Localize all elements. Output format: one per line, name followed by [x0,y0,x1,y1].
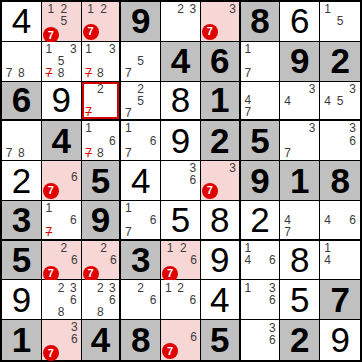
cell-r1c4[interactable]: 9 [121,2,161,42]
cell-r5c4[interactable]: 4 [121,161,161,201]
candidate: 2 [178,242,188,254]
candidate: 6 [266,334,278,347]
empty-candidate-slot [94,95,106,107]
eliminated-candidate-circle: 7 [43,183,59,199]
candidate: 6 [67,294,79,306]
cell-r8c4[interactable]: 26 [121,280,161,320]
candidate-grid: 367 [43,321,80,359]
solved-digit: 6 [280,2,319,41]
cell-r5c9[interactable]: 8 [320,161,360,201]
cell-r9c7[interactable]: 36 [241,320,281,360]
empty-candidate-slot [67,306,79,318]
cell-r7c8[interactable]: 8 [280,241,320,281]
candidate-grid: 1678 [83,122,119,159]
candidate-grid: 17 [242,43,279,80]
empty-candidate-slot [43,294,55,306]
struck-candidate: 7 [83,67,95,79]
empty-candidate-slot [28,67,40,79]
cell-r9c8[interactable]: 2 [280,320,320,360]
cell-r8c6[interactable]: 4 [201,280,241,320]
empty-candidate-slot [254,43,266,55]
cell-r2c1[interactable]: 78 [2,42,42,82]
empty-candidate-slot [55,214,67,226]
empty-candidate-slot [346,226,359,238]
cell-r5c6[interactable]: 37 [201,161,241,201]
empty-candidate-slot [43,242,59,254]
candidate-grid: 46 [321,202,359,238]
empty-candidate-slot [28,135,40,147]
cell-r5c5[interactable]: 36 [161,161,201,201]
candidate-grid: 15 [321,3,359,40]
cell-r7c2[interactable]: 267 [42,241,82,281]
empty-candidate-slot [254,242,266,254]
empty-candidate-slot [334,214,347,226]
candidate: 1 [162,281,174,293]
cell-r2c4[interactable]: 57 [121,42,161,82]
empty-candidate-slot [83,254,99,266]
given-digit: 2 [201,121,239,160]
empty-candidate-slot [218,3,228,15]
empty-candidate-slot [254,294,266,306]
empty-candidate-slot [254,67,266,79]
cell-r4c8[interactable]: 37 [280,121,320,161]
solved-digit: 2 [241,201,280,239]
cell-r8c5[interactable]: 126 [161,280,201,320]
cell-r9c3[interactable]: 4 [82,320,122,360]
empty-candidate-slot [108,3,118,15]
empty-candidate-slot [122,83,134,95]
cell-r5c3[interactable]: 5 [82,161,122,201]
empty-candidate-slot [59,27,69,43]
candidate: 2 [94,281,106,293]
empty-candidate-slot [69,266,79,282]
cell-r1c6[interactable]: 37 [201,2,241,42]
cell-r3c7[interactable]: 47 [241,82,281,122]
cell-r9c9[interactable]: 9 [320,320,360,360]
cell-r9c5[interactable]: 67 [161,320,201,360]
empty-candidate-slot [162,321,178,331]
given-digit: 8 [320,161,360,200]
candidate: 6 [187,174,199,186]
candidate-grid: 2368 [43,281,80,318]
candidate-grid: 167 [122,202,159,238]
cell-r4c7[interactable]: 5 [241,121,281,161]
empty-candidate-slot [147,67,159,79]
empty-candidate-slot [188,242,198,254]
solved-digit: 8 [161,82,200,120]
empty-candidate-slot [162,294,174,306]
empty-candidate-slot [147,107,159,119]
cell-r1c2[interactable]: 1257 [42,2,82,42]
given-digit: 5 [201,320,239,360]
cell-r3c8[interactable]: 34 [280,82,320,122]
empty-candidate-slot [174,187,186,199]
eliminated-candidate-circle: 7 [83,266,99,282]
cell-r7c4[interactable]: 3 [121,241,161,281]
solved-digit: 5 [280,280,319,319]
candidate-grid: 57 [122,43,159,80]
cell-r8c7[interactable]: 136 [241,280,281,320]
empty-candidate-slot [122,43,134,55]
candidate-grid: 37 [202,162,238,199]
empty-candidate-slot [3,135,15,147]
eliminated-candidate-circle: 7 [162,266,178,282]
empty-candidate-slot [122,306,134,318]
cell-r7c3[interactable]: 267 [82,241,122,281]
empty-candidate-slot [346,254,359,266]
cell-r8c8[interactable]: 5 [280,280,320,320]
candidate-grid: 146 [242,242,279,279]
candidate: 3 [346,122,359,134]
empty-candidate-slot [334,242,347,254]
cell-r4c3[interactable]: 1678 [82,121,122,161]
candidate: 4 [321,254,334,266]
empty-candidate-slot [321,28,334,40]
cell-r2c8[interactable]: 9 [280,42,320,82]
empty-candidate-slot [242,334,254,347]
cell-r1c3[interactable]: 127 [82,2,122,42]
cell-r6c1[interactable]: 3 [2,201,42,241]
candidate: 3 [106,281,118,293]
cell-r8c3[interactable]: 2368 [82,280,122,320]
cell-r8c2[interactable]: 2368 [42,280,82,320]
empty-candidate-slot [106,67,118,79]
empty-candidate-slot [242,294,254,306]
solved-digit: 8 [201,201,239,239]
eliminated-candidate-circle: 7 [43,266,59,282]
candidate: 6 [67,214,79,226]
empty-candidate-slot [67,67,79,79]
empty-candidate-slot [228,15,238,24]
cell-r2c6[interactable]: 6 [201,42,241,82]
cell-r6c5[interactable]: 5 [161,201,201,241]
empty-candidate-slot [99,254,109,266]
empty-candidate-slot [135,214,147,226]
candidate: 1 [321,3,334,15]
candidate-grid: 37 [202,3,238,40]
candidate: 7 [3,67,15,79]
cell-r5c7[interactable]: 9 [241,161,281,201]
candidate: 3 [306,83,318,95]
candidate: 6 [266,294,278,306]
empty-candidate-slot [254,346,266,359]
cell-r3c5[interactable]: 8 [161,82,201,122]
empty-candidate-slot [346,242,359,254]
candidate: 7 [122,107,134,119]
empty-candidate-slot [135,306,147,318]
empty-candidate-slot [346,107,359,119]
given-digit: 9 [241,161,280,200]
empty-candidate-slot [147,43,159,55]
cell-r9c2[interactable]: 367 [42,320,82,360]
cell-r7c7[interactable]: 146 [241,241,281,281]
candidate: 2 [174,3,186,15]
cell-r9c4[interactable]: 8 [121,320,161,360]
empty-candidate-slot [108,24,118,40]
empty-candidate-slot [147,226,159,238]
solved-digit: 2 [2,161,41,200]
cell-r3c3[interactable]: 27 [82,82,122,122]
empty-candidate-slot [254,83,266,95]
candidate: 1 [83,3,99,15]
candidate: 6 [346,214,359,226]
cell-r2c3[interactable]: 1378 [82,42,122,82]
empty-candidate-slot [135,135,147,147]
empty-candidate-slot [94,135,106,147]
cell-r4c2[interactable]: 4 [42,121,82,161]
empty-candidate-slot [147,95,159,107]
cell-r1c5[interactable]: 23 [161,2,201,42]
candidate: 5 [135,95,147,107]
cell-r2c9[interactable]: 2 [320,42,360,82]
candidate-grid: 14 [321,242,359,279]
cell-r6c8[interactable]: 47 [280,201,320,241]
cell-r3c9[interactable]: 345 [320,82,360,122]
empty-candidate-slot [187,306,199,318]
candidate: 3 [306,122,318,134]
given-digit: 1 [201,82,239,120]
cell-r3c2[interactable]: 9 [42,82,82,122]
empty-candidate-slot [162,28,174,40]
empty-candidate-slot [187,28,199,40]
empty-candidate-slot [99,15,109,24]
candidate: 1 [242,281,254,293]
cell-r3c1[interactable]: 6 [2,82,42,122]
cell-r6c9[interactable]: 46 [320,201,360,241]
cell-r6c4[interactable]: 167 [121,201,161,241]
candidate: 6 [108,254,118,266]
empty-candidate-slot [28,43,40,55]
cell-r5c1[interactable]: 2 [2,161,42,201]
cell-r4c6[interactable]: 2 [201,121,241,161]
empty-candidate-slot [254,281,266,293]
candidate: 3 [228,162,238,174]
empty-candidate-slot [187,15,199,27]
cell-r1c1[interactable]: 4 [2,2,42,42]
empty-candidate-slot [28,55,40,67]
given-digit: 3 [121,241,160,280]
empty-candidate-slot [321,15,334,27]
candidate: 4 [321,214,334,226]
cell-r9c1[interactable]: 1 [2,320,42,360]
candidate: 5 [59,15,69,27]
cell-r2c5[interactable]: 4 [161,42,201,82]
empty-candidate-slot [321,266,334,278]
eliminated-candidate-circle: 7 [202,24,218,40]
empty-candidate-slot [162,187,174,199]
given-digit: 9 [280,42,319,81]
empty-candidate-slot [43,15,59,27]
empty-candidate-slot [281,107,293,119]
empty-candidate-slot [94,43,106,55]
empty-candidate-slot [346,15,359,27]
empty-candidate-slot [43,162,59,171]
cell-r6c6[interactable]: 8 [201,201,241,241]
cell-r5c2[interactable]: 67 [42,161,82,201]
candidate: 4 [321,95,334,107]
candidate: 3 [67,43,79,55]
candidate: 6 [106,135,118,147]
candidate: 6 [147,135,159,147]
empty-candidate-slot [321,147,334,159]
cell-r3c4[interactable]: 257 [121,82,161,122]
cell-r7c6[interactable]: 9 [201,241,241,281]
candidate: 8 [94,306,106,318]
candidate: 7 [281,147,293,159]
given-digit: 4 [82,320,120,360]
candidate-grid: 167 [43,202,80,238]
empty-candidate-slot [28,122,40,134]
cell-r6c3[interactable]: 9 [82,201,122,241]
candidate: 2 [55,281,67,293]
cell-r1c9[interactable]: 15 [320,2,360,42]
candidate: 6 [147,214,159,226]
empty-candidate-slot [43,281,55,293]
candidate: 6 [69,333,79,345]
eliminated-candidate-slot: 7 [43,345,59,361]
empty-candidate-slot [266,94,278,106]
empty-candidate-slot [228,174,238,183]
cell-r4c1[interactable]: 78 [2,121,42,161]
empty-candidate-slot [162,174,174,186]
candidate-grid: 136 [242,281,279,318]
cell-r1c7[interactable]: 8 [241,2,281,42]
empty-candidate-slot [15,135,27,147]
eliminated-candidate-circle: 7 [43,27,59,43]
candidate: 8 [15,147,27,159]
candidate: 8 [55,67,67,79]
empty-candidate-slot [43,321,59,333]
empty-candidate-slot [162,306,174,318]
empty-candidate-slot [242,266,254,278]
empty-candidate-slot [346,147,359,159]
empty-candidate-slot [147,83,159,95]
candidate-grid: 127 [83,3,119,40]
cell-r7c5[interactable]: 1267 [161,241,201,281]
cell-r6c7[interactable]: 2 [241,201,281,241]
given-digit: 5 [82,161,120,200]
empty-candidate-slot [83,135,95,147]
given-digit: 7 [320,280,360,319]
empty-candidate-slot [188,343,198,359]
given-digit: 6 [201,42,239,81]
empty-candidate-slot [334,147,347,159]
eliminated-candidate-slot: 7 [202,183,218,199]
empty-candidate-slot [162,3,174,15]
empty-candidate-slot [346,95,359,107]
given-digit: 2 [280,320,319,360]
candidate-grid: 257 [122,83,159,119]
empty-candidate-slot [174,28,186,40]
empty-candidate-slot [294,122,306,134]
empty-candidate-slot [135,202,147,214]
empty-candidate-slot [135,294,147,306]
empty-candidate-slot [59,333,69,345]
empty-candidate-slot [346,3,359,15]
empty-candidate-slot [28,147,40,159]
candidate: 7 [122,226,134,238]
empty-candidate-slot [306,226,318,238]
eliminated-candidate-circle: 7 [43,345,59,361]
cell-r5c8[interactable]: 1 [280,161,320,201]
candidate: 1 [43,43,55,55]
cell-r6c2[interactable]: 167 [42,201,82,241]
cell-r1c8[interactable]: 6 [280,2,320,42]
empty-candidate-slot [346,202,359,214]
candidate: 7 [3,147,15,159]
cell-r4c5[interactable]: 9 [161,121,201,161]
empty-candidate-slot [147,55,159,67]
empty-candidate-slot [334,122,347,134]
cell-r4c4[interactable]: 167 [121,121,161,161]
empty-candidate-slot [3,122,15,134]
empty-candidate-slot [218,15,228,24]
cell-r3c6[interactable]: 1 [201,82,241,122]
candidate: 2 [135,281,147,293]
given-digit: 9 [82,201,120,239]
candidate: 6 [188,331,198,343]
candidate-grid: 26 [122,281,159,318]
sudoku-board: 4125712792337861578135781378574617926927… [0,0,362,362]
solved-digit: 9 [320,320,360,360]
cell-r4c9[interactable]: 36 [320,121,360,161]
empty-candidate-slot [135,107,147,119]
candidate: 4 [242,254,254,266]
candidate-grid: 267 [43,242,80,279]
empty-candidate-slot [254,306,266,318]
empty-candidate-slot [83,83,95,95]
eliminated-candidate-slot: 7 [162,343,178,359]
given-digit: 8 [241,2,280,41]
cell-r7c1[interactable]: 5 [2,241,42,281]
empty-candidate-slot [106,106,118,118]
candidate-grid: 2368 [83,281,119,318]
cell-r7c9[interactable]: 14 [320,241,360,281]
empty-candidate-slot [306,135,318,147]
empty-candidate-slot [294,226,306,238]
empty-candidate-slot [83,281,95,293]
cell-r2c2[interactable]: 13578 [42,42,82,82]
candidate: 5 [334,15,347,27]
candidate-grid: 47 [281,202,318,238]
empty-candidate-slot [266,67,278,79]
cell-r8c1[interactable]: 9 [2,280,42,320]
candidate-grid: 1257 [43,3,80,40]
cell-r2c7[interactable]: 17 [241,42,281,82]
cell-r8c9[interactable]: 7 [320,280,360,320]
empty-candidate-slot [334,266,347,278]
empty-candidate-slot [294,107,306,119]
solved-digit: 8 [280,241,319,280]
empty-candidate-slot [178,254,188,266]
empty-candidate-slot [106,55,118,67]
empty-candidate-slot [106,306,118,318]
candidate-grid: 37 [281,122,318,159]
eliminated-candidate-slot: 7 [83,266,99,282]
cell-r9c6[interactable]: 5 [201,320,241,360]
candidate: 6 [106,294,118,306]
empty-candidate-slot [294,135,306,147]
candidate: 3 [67,281,79,293]
candidate: 2 [99,3,109,15]
empty-candidate-slot [334,135,347,147]
empty-candidate-slot [266,346,278,359]
candidate-grid: 13578 [43,43,80,80]
empty-candidate-slot [266,106,278,118]
candidate: 1 [162,242,178,254]
empty-candidate-slot [266,83,278,95]
empty-candidate-slot [108,15,118,24]
